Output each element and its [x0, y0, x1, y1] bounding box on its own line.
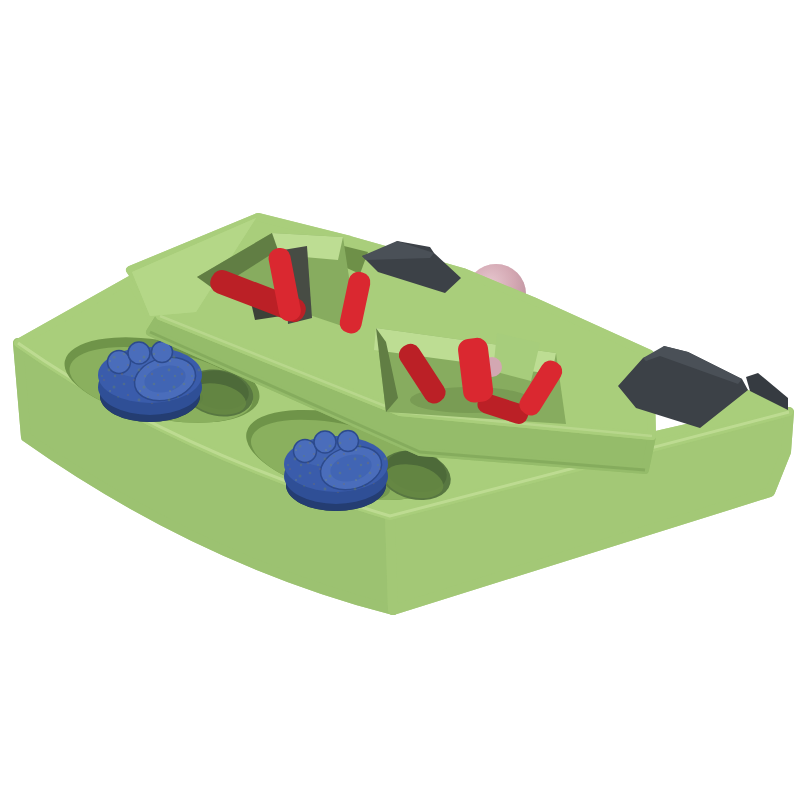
product-photo	[0, 0, 800, 800]
flip-chamber-2	[374, 328, 566, 426]
puzzle-board-scene	[0, 0, 800, 800]
